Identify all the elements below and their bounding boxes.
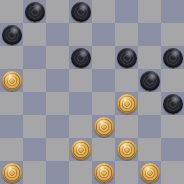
square-r4-c7[interactable] <box>161 92 184 115</box>
square-r5-c2[interactable] <box>46 115 69 138</box>
square-r3-c5[interactable] <box>115 69 138 92</box>
square-r2-c6[interactable] <box>138 46 161 69</box>
square-r5-c0[interactable] <box>0 115 23 138</box>
square-r5-c3[interactable] <box>69 115 92 138</box>
square-r2-c7[interactable] <box>161 46 184 69</box>
square-r1-c0[interactable] <box>0 23 23 46</box>
checker-piece-dark[interactable] <box>117 48 137 68</box>
checker-piece-dark[interactable] <box>71 2 91 22</box>
square-r6-c7[interactable] <box>161 138 184 161</box>
square-r4-c3[interactable] <box>69 92 92 115</box>
checker-piece-light[interactable] <box>94 117 114 137</box>
checker-piece-dark[interactable] <box>25 2 45 22</box>
square-r6-c6[interactable] <box>138 138 161 161</box>
square-r3-c2[interactable] <box>46 69 69 92</box>
square-r4-c6[interactable] <box>138 92 161 115</box>
square-r6-c5[interactable] <box>115 138 138 161</box>
square-r0-c7[interactable] <box>161 0 184 23</box>
checker-piece-light[interactable] <box>117 140 137 160</box>
checker-piece-light[interactable] <box>2 71 22 91</box>
square-r1-c2[interactable] <box>46 23 69 46</box>
square-r1-c3[interactable] <box>69 23 92 46</box>
square-r4-c0[interactable] <box>0 92 23 115</box>
checker-piece-light[interactable] <box>2 163 22 183</box>
checker-piece-light[interactable] <box>117 94 137 114</box>
checker-piece-light[interactable] <box>94 163 114 183</box>
checkers-board <box>0 0 184 184</box>
square-r1-c1[interactable] <box>23 23 46 46</box>
square-r0-c5[interactable] <box>115 0 138 23</box>
square-r3-c4[interactable] <box>92 69 115 92</box>
square-r2-c2[interactable] <box>46 46 69 69</box>
checker-piece-dark[interactable] <box>163 94 183 114</box>
square-r0-c3[interactable] <box>69 0 92 23</box>
square-r0-c4[interactable] <box>92 0 115 23</box>
square-r5-c7[interactable] <box>161 115 184 138</box>
checker-piece-light[interactable] <box>140 163 160 183</box>
square-r3-c0[interactable] <box>0 69 23 92</box>
square-r7-c5[interactable] <box>115 161 138 184</box>
square-r7-c2[interactable] <box>46 161 69 184</box>
square-r2-c3[interactable] <box>69 46 92 69</box>
square-r7-c4[interactable] <box>92 161 115 184</box>
square-r7-c3[interactable] <box>69 161 92 184</box>
square-r4-c1[interactable] <box>23 92 46 115</box>
square-r0-c2[interactable] <box>46 0 69 23</box>
checker-piece-dark[interactable] <box>2 25 22 45</box>
square-r2-c0[interactable] <box>0 46 23 69</box>
square-r3-c3[interactable] <box>69 69 92 92</box>
square-r7-c1[interactable] <box>23 161 46 184</box>
square-r0-c1[interactable] <box>23 0 46 23</box>
square-r0-c6[interactable] <box>138 0 161 23</box>
square-r3-c7[interactable] <box>161 69 184 92</box>
checker-piece-light[interactable] <box>71 140 91 160</box>
checker-piece-dark[interactable] <box>163 48 183 68</box>
checkers-app <box>0 0 184 184</box>
square-r6-c2[interactable] <box>46 138 69 161</box>
square-r7-c0[interactable] <box>0 161 23 184</box>
square-r4-c2[interactable] <box>46 92 69 115</box>
square-r7-c7[interactable] <box>161 161 184 184</box>
square-r3-c1[interactable] <box>23 69 46 92</box>
square-r5-c5[interactable] <box>115 115 138 138</box>
square-r4-c4[interactable] <box>92 92 115 115</box>
square-r1-c4[interactable] <box>92 23 115 46</box>
square-r1-c7[interactable] <box>161 23 184 46</box>
square-r5-c4[interactable] <box>92 115 115 138</box>
square-r0-c0[interactable] <box>0 0 23 23</box>
square-r2-c1[interactable] <box>23 46 46 69</box>
square-r7-c6[interactable] <box>138 161 161 184</box>
checker-piece-dark[interactable] <box>71 48 91 68</box>
square-r5-c1[interactable] <box>23 115 46 138</box>
square-r6-c4[interactable] <box>92 138 115 161</box>
square-r1-c5[interactable] <box>115 23 138 46</box>
checker-piece-dark[interactable] <box>140 71 160 91</box>
square-r2-c4[interactable] <box>92 46 115 69</box>
square-r6-c1[interactable] <box>23 138 46 161</box>
square-r3-c6[interactable] <box>138 69 161 92</box>
square-r6-c0[interactable] <box>0 138 23 161</box>
square-r6-c3[interactable] <box>69 138 92 161</box>
square-r1-c6[interactable] <box>138 23 161 46</box>
square-r4-c5[interactable] <box>115 92 138 115</box>
square-r5-c6[interactable] <box>138 115 161 138</box>
square-r2-c5[interactable] <box>115 46 138 69</box>
